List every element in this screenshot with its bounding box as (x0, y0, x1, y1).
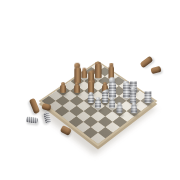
piece-body (81, 71, 87, 79)
piece-body (95, 100, 101, 108)
chess-set-photo: ♝♛♟♞♟♚♞♟♟♖♖♕♗♔♙♘♙♙♙♙ ♝♟♘♗♟♜♟ (0, 0, 180, 180)
piece-body (144, 91, 151, 103)
captured-steel-bishop: ♗ (43, 112, 51, 124)
piece-wood-king-a5: ♚ (74, 63, 80, 83)
piece-steel-pawn-f5: ♙ (109, 97, 115, 108)
piece-wood-queen-b7: ♛ (95, 62, 101, 78)
piece-steel-pawn-e4: ♙ (95, 97, 101, 108)
piece-body (117, 105, 123, 113)
piece-wood-pawn-a6: ♟ (81, 68, 87, 79)
piece-steel-pawn-h6: ♙ (131, 102, 137, 113)
piece-steel-knight-e5: ♘ (102, 90, 108, 103)
piece-body (88, 95, 94, 103)
piece-body (102, 92, 108, 103)
piece-steel-pawn-d4: ♙ (88, 92, 94, 103)
captured-wood-pawn: ♟ (150, 66, 161, 74)
piece-body (109, 100, 115, 108)
board: ♝♛♟♞♟♚♞♟♟♖♖♕♗♔♙♘♙♙♙♙ (39, 61, 158, 147)
captured-steel-knight: ♘ (26, 116, 39, 124)
piece-steel-pawn-g5: ♙ (117, 102, 123, 113)
piece-body (74, 85, 80, 93)
piece-body (130, 90, 136, 103)
piece-body (74, 68, 80, 84)
piece-steel-king-e6: ♔ (109, 77, 115, 98)
piece-wood-bishop-c8: ♝ (109, 62, 115, 78)
captured-wood-rook: ♜ (139, 56, 153, 69)
piece-steel-bishop-g7: ♗ (130, 86, 136, 103)
piece-body (131, 105, 137, 113)
piece-wood-pawn-b4: ♟ (74, 82, 80, 93)
piece-steel-rook-h8: ♖ (144, 91, 151, 103)
piece-steel-queen-f7: ♕ (123, 81, 129, 98)
piece-wood-pawn-a3: ♟ (60, 82, 66, 93)
piece-body (60, 85, 66, 93)
piece-body (95, 64, 101, 79)
piece-body (109, 82, 115, 98)
piece-body (123, 83, 129, 98)
